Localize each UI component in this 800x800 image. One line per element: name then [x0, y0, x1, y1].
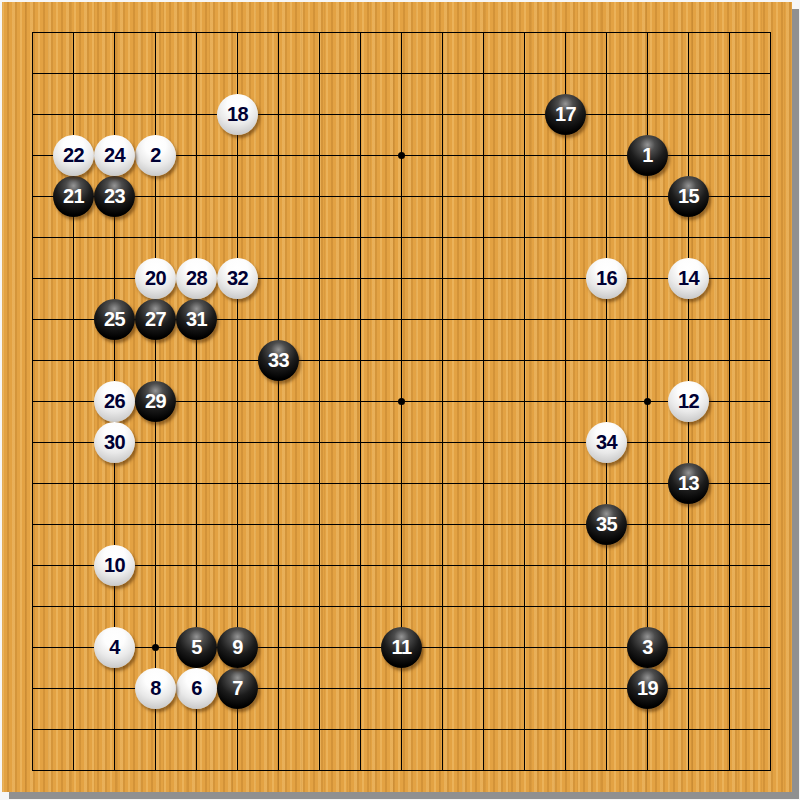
move-number: 14 — [668, 258, 709, 299]
move-number: 16 — [586, 258, 627, 299]
star-point — [152, 644, 159, 651]
move-number: 18 — [217, 94, 258, 135]
black-stone-27: 27 — [135, 299, 176, 340]
move-number: 23 — [94, 176, 135, 217]
move-number: 1 — [627, 135, 668, 176]
black-stone-17: 17 — [545, 94, 586, 135]
white-stone-12: 12 — [668, 381, 709, 422]
white-stone-30: 30 — [94, 422, 135, 463]
move-number: 15 — [668, 176, 709, 217]
board-frame: 1234567891011121314151617181920212223242… — [0, 0, 800, 800]
white-stone-34: 34 — [586, 422, 627, 463]
move-number: 21 — [53, 176, 94, 217]
move-number: 5 — [176, 627, 217, 668]
move-number: 7 — [217, 668, 258, 709]
black-stone-3: 3 — [627, 627, 668, 668]
white-stone-10: 10 — [94, 545, 135, 586]
move-number: 8 — [135, 668, 176, 709]
stones-grid: 1234567891011121314151617181920212223242… — [12, 12, 791, 791]
move-number: 26 — [94, 381, 135, 422]
white-stone-24: 24 — [94, 135, 135, 176]
white-stone-8: 8 — [135, 668, 176, 709]
white-stone-16: 16 — [586, 258, 627, 299]
move-number: 28 — [176, 258, 217, 299]
black-stone-31: 31 — [176, 299, 217, 340]
star-point — [398, 398, 405, 405]
move-number: 17 — [545, 94, 586, 135]
black-stone-13: 13 — [668, 463, 709, 504]
move-number: 22 — [53, 135, 94, 176]
move-number: 33 — [258, 340, 299, 381]
move-number: 3 — [627, 627, 668, 668]
move-number: 30 — [94, 422, 135, 463]
white-stone-14: 14 — [668, 258, 709, 299]
move-number: 24 — [94, 135, 135, 176]
move-number: 20 — [135, 258, 176, 299]
move-number: 12 — [668, 381, 709, 422]
move-number: 35 — [586, 504, 627, 545]
black-stone-1: 1 — [627, 135, 668, 176]
black-stone-23: 23 — [94, 176, 135, 217]
move-number: 11 — [381, 627, 422, 668]
white-stone-28: 28 — [176, 258, 217, 299]
black-stone-15: 15 — [668, 176, 709, 217]
black-stone-9: 9 — [217, 627, 258, 668]
move-number: 10 — [94, 545, 135, 586]
move-number: 25 — [94, 299, 135, 340]
black-stone-25: 25 — [94, 299, 135, 340]
black-stone-33: 33 — [258, 340, 299, 381]
black-stone-35: 35 — [586, 504, 627, 545]
black-stone-29: 29 — [135, 381, 176, 422]
move-number: 32 — [217, 258, 258, 299]
black-stone-7: 7 — [217, 668, 258, 709]
black-stone-21: 21 — [53, 176, 94, 217]
white-stone-22: 22 — [53, 135, 94, 176]
white-stone-32: 32 — [217, 258, 258, 299]
go-board[interactable]: 1234567891011121314151617181920212223242… — [2, 2, 792, 792]
black-stone-11: 11 — [381, 627, 422, 668]
white-stone-20: 20 — [135, 258, 176, 299]
move-number: 2 — [135, 135, 176, 176]
move-number: 9 — [217, 627, 258, 668]
star-point — [644, 398, 651, 405]
move-number: 13 — [668, 463, 709, 504]
white-stone-2: 2 — [135, 135, 176, 176]
white-stone-6: 6 — [176, 668, 217, 709]
star-point — [398, 152, 405, 159]
white-stone-26: 26 — [94, 381, 135, 422]
move-number: 4 — [94, 627, 135, 668]
move-number: 29 — [135, 381, 176, 422]
move-number: 31 — [176, 299, 217, 340]
black-stone-19: 19 — [627, 668, 668, 709]
black-stone-5: 5 — [176, 627, 217, 668]
move-number: 19 — [627, 668, 668, 709]
move-number: 6 — [176, 668, 217, 709]
move-number: 27 — [135, 299, 176, 340]
white-stone-4: 4 — [94, 627, 135, 668]
move-number: 34 — [586, 422, 627, 463]
white-stone-18: 18 — [217, 94, 258, 135]
